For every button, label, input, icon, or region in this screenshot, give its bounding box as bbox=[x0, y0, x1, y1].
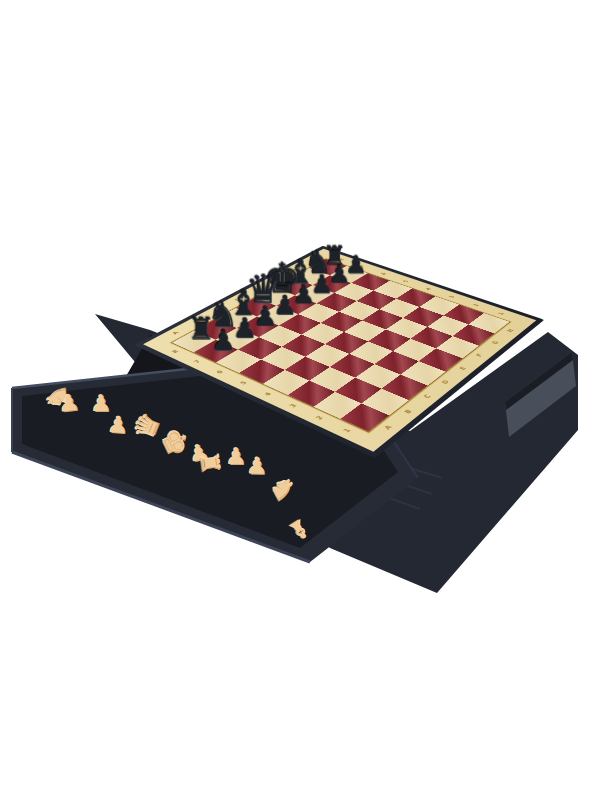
square-a8: ♜ bbox=[172, 331, 216, 353]
square-d5 bbox=[302, 323, 344, 344]
chess-board-grid: ♜♞♝♛♚♝♞♜♟♟♟♟♟♟♟♟ bbox=[172, 259, 509, 432]
chess-board: ♜♞♝♛♚♝♞♜♟♟♟♟♟♟♟♟ AABBCCDDEEFFGGHH8877665… bbox=[143, 249, 536, 452]
board-scene: ♜♞♝♛♚♝♞♜♟♟♟♟♟♟♟♟ AABBCCDDEEFFGGHH8877665… bbox=[198, 186, 490, 478]
file-label-bottom-F: F bbox=[469, 348, 492, 363]
product-photo-chess-set[interactable]: ♞♟♟♟♛♚♟♜♟♟♞♝ ♜♞♝♛♚♝♞♜♟♟♟♟♟♟♟♟ AABBCCDDEE… bbox=[0, 0, 600, 800]
white-pawn: ♟ bbox=[58, 390, 81, 415]
black-pawn-a7: ♟ bbox=[211, 326, 236, 354]
white-pawn: ♟ bbox=[107, 413, 129, 437]
black-pawn-b7: ♟ bbox=[233, 314, 258, 341]
